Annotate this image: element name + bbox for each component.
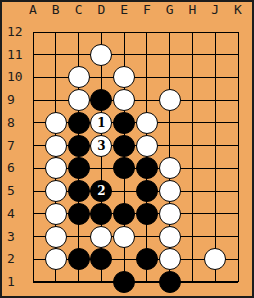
row-label-3: 3 (7, 230, 31, 244)
stone-white-b7 (45, 135, 67, 157)
row-label-10: 10 (7, 70, 31, 84)
stone-black-e1 (113, 271, 135, 293)
column-label-b: B (48, 3, 64, 17)
stone-white-b8 (45, 112, 67, 134)
go-board-diagram: ABCDEFGHJK121110987654321132 (0, 0, 254, 298)
stone-white-g3 (159, 226, 181, 248)
row-label-5: 5 (7, 184, 31, 198)
stone-black-f2 (136, 248, 158, 270)
stone-black-g1 (159, 271, 181, 293)
row-label-12: 12 (7, 25, 31, 39)
stone-white-g6 (159, 157, 181, 179)
move-number-2: 2 (97, 185, 105, 197)
column-label-g: G (162, 3, 178, 17)
column-label-h: H (184, 3, 200, 17)
stone-black-c6 (68, 157, 90, 179)
row-label-11: 11 (7, 48, 31, 62)
row-label-2: 2 (7, 252, 31, 266)
stone-white-b4 (45, 203, 67, 225)
row-label-6: 6 (7, 161, 31, 175)
stone-black-e4 (113, 203, 135, 225)
stone-black-f4 (136, 203, 158, 225)
column-label-e: E (116, 3, 132, 17)
stone-white-b5 (45, 180, 67, 202)
column-label-k: K (230, 3, 246, 17)
row-label-9: 9 (7, 93, 31, 107)
stone-black-c5 (68, 180, 90, 202)
stone-black-c7 (68, 135, 90, 157)
stone-white-d11 (90, 44, 112, 66)
stone-white-g4 (159, 203, 181, 225)
stone-black-e8 (113, 112, 135, 134)
stone-white-b2 (45, 248, 67, 270)
stone-white-d3 (90, 226, 112, 248)
stone-white-e3 (113, 226, 135, 248)
go-board[interactable]: ABCDEFGHJK121110987654321132 (0, 0, 254, 298)
move-number-3: 3 (97, 140, 105, 152)
stone-black-d4 (90, 203, 112, 225)
row-label-8: 8 (7, 116, 31, 130)
stone-white-d7: 3 (90, 135, 112, 157)
stone-white-c10 (68, 66, 90, 88)
column-label-f: F (139, 3, 155, 17)
stone-white-b3 (45, 226, 67, 248)
stone-black-e7 (113, 135, 135, 157)
stone-white-g5 (159, 180, 181, 202)
row-label-1: 1 (7, 275, 31, 289)
column-label-d: D (93, 3, 109, 17)
stone-black-c2 (68, 248, 90, 270)
column-label-c: C (71, 3, 87, 17)
stone-black-c4 (68, 203, 90, 225)
row-label-4: 4 (7, 207, 31, 221)
stone-white-b6 (45, 157, 67, 179)
stone-white-f7 (136, 135, 158, 157)
stone-white-g2 (159, 248, 181, 270)
stone-white-f8 (136, 112, 158, 134)
row-label-7: 7 (7, 139, 31, 153)
stone-white-c9 (68, 89, 90, 111)
stone-black-f5 (136, 180, 158, 202)
stone-black-c8 (68, 112, 90, 134)
move-number-1: 1 (97, 117, 105, 129)
stone-white-g9 (159, 89, 181, 111)
column-label-j: J (207, 3, 223, 17)
column-label-a: A (25, 3, 41, 17)
